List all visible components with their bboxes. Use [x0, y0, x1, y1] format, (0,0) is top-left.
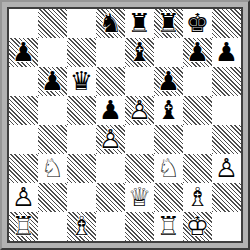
square-a4[interactable] — [9, 125, 38, 154]
board-frame: ♞︎♞︎♜︎♜︎♜︎♜︎♚︎♚︎♟︎♟︎♝︎♝︎♟︎♟︎♟︎♟︎♟︎♟︎♛︎♛︎… — [0, 0, 250, 250]
square-h3[interactable]: ♟︎♙︎ — [212, 154, 241, 183]
square-g3[interactable] — [183, 154, 212, 183]
square-d3[interactable] — [96, 154, 125, 183]
piece-black-bishop: ♝︎♝︎ — [125, 38, 154, 67]
white-bishop-icon: ♗︎ — [183, 183, 212, 212]
square-d8[interactable]: ♞︎♞︎ — [96, 9, 125, 38]
square-c6[interactable]: ♛︎♛︎ — [67, 67, 96, 96]
piece-white-knight: ♞︎♘︎ — [154, 154, 183, 183]
piece-black-knight: ♞︎♞︎ — [96, 9, 125, 38]
white-king-icon: ♔︎ — [183, 212, 212, 241]
square-g8[interactable]: ♚︎♚︎ — [183, 9, 212, 38]
square-e5[interactable]: ♟︎♙︎ — [125, 96, 154, 125]
chess-board: ♞︎♞︎♜︎♜︎♜︎♜︎♚︎♚︎♟︎♟︎♝︎♝︎♟︎♟︎♟︎♟︎♟︎♟︎♛︎♛︎… — [9, 9, 241, 241]
square-e3[interactable] — [125, 154, 154, 183]
square-e7[interactable]: ♝︎♝︎ — [125, 38, 154, 67]
square-b1[interactable] — [38, 212, 67, 241]
square-f5[interactable]: ♝︎♝︎ — [154, 96, 183, 125]
square-a7[interactable]: ♟︎♟︎ — [9, 38, 38, 67]
piece-black-rook: ♜︎♜︎ — [125, 9, 154, 38]
square-b7[interactable] — [38, 38, 67, 67]
piece-white-pawn: ♟︎♙︎ — [9, 183, 38, 212]
square-e2[interactable]: ♛︎♕︎ — [125, 183, 154, 212]
square-f7[interactable] — [154, 38, 183, 67]
square-h8[interactable] — [212, 9, 241, 38]
white-queen-icon: ♕︎ — [125, 183, 154, 212]
square-b4[interactable] — [38, 125, 67, 154]
square-a1[interactable]: ♜︎♖︎ — [9, 212, 38, 241]
piece-white-rook: ♜︎♖︎ — [154, 212, 183, 241]
white-pawn-icon: ♙︎ — [125, 96, 154, 125]
square-g4[interactable] — [183, 125, 212, 154]
white-pawn-icon: ♙︎ — [9, 183, 38, 212]
piece-black-bishop: ♝︎♝︎ — [154, 96, 183, 125]
square-h1[interactable] — [212, 212, 241, 241]
square-a2[interactable]: ♟︎♙︎ — [9, 183, 38, 212]
square-d6[interactable] — [96, 67, 125, 96]
square-b5[interactable] — [38, 96, 67, 125]
black-pawn-icon: ♟︎ — [212, 38, 241, 67]
white-knight-icon: ♘︎ — [154, 154, 183, 183]
square-c8[interactable] — [67, 9, 96, 38]
piece-white-queen: ♛︎♕︎ — [125, 183, 154, 212]
black-bishop-icon: ♝︎ — [154, 96, 183, 125]
black-pawn-icon: ♟︎ — [183, 38, 212, 67]
piece-black-pawn: ♟︎♟︎ — [212, 38, 241, 67]
black-rook-icon: ♜︎ — [154, 9, 183, 38]
square-c2[interactable] — [67, 183, 96, 212]
square-f1[interactable]: ♜︎♖︎ — [154, 212, 183, 241]
square-a8[interactable] — [9, 9, 38, 38]
square-a6[interactable] — [9, 67, 38, 96]
square-c4[interactable] — [67, 125, 96, 154]
piece-black-pawn: ♟︎♟︎ — [9, 38, 38, 67]
square-d7[interactable] — [96, 38, 125, 67]
piece-black-pawn: ♟︎♟︎ — [183, 38, 212, 67]
square-b6[interactable]: ♟︎♟︎ — [38, 67, 67, 96]
square-c5[interactable] — [67, 96, 96, 125]
square-g2[interactable]: ♝︎♗︎ — [183, 183, 212, 212]
square-b8[interactable] — [38, 9, 67, 38]
black-king-icon: ♚︎ — [183, 9, 212, 38]
square-g5[interactable] — [183, 96, 212, 125]
square-a5[interactable] — [9, 96, 38, 125]
black-pawn-icon: ♟︎ — [9, 38, 38, 67]
piece-black-king: ♚︎♚︎ — [183, 9, 212, 38]
black-knight-icon: ♞︎ — [96, 9, 125, 38]
black-bishop-icon: ♝︎ — [125, 38, 154, 67]
square-d2[interactable] — [96, 183, 125, 212]
square-e6[interactable] — [125, 67, 154, 96]
white-pawn-icon: ♙︎ — [212, 154, 241, 183]
piece-black-pawn: ♟︎♟︎ — [38, 67, 67, 96]
square-f2[interactable] — [154, 183, 183, 212]
square-h4[interactable] — [212, 125, 241, 154]
black-pawn-icon: ♟︎ — [154, 67, 183, 96]
square-g1[interactable]: ♚︎♔︎ — [183, 212, 212, 241]
piece-white-pawn: ♟︎♙︎ — [125, 96, 154, 125]
square-c7[interactable] — [67, 38, 96, 67]
square-g6[interactable] — [183, 67, 212, 96]
piece-white-rook: ♜︎♖︎ — [9, 212, 38, 241]
piece-black-queen: ♛︎♛︎ — [67, 67, 96, 96]
square-d5[interactable]: ♟︎♟︎ — [96, 96, 125, 125]
square-h2[interactable] — [212, 183, 241, 212]
square-f4[interactable] — [154, 125, 183, 154]
piece-black-pawn: ♟︎♟︎ — [96, 96, 125, 125]
white-rook-icon: ♖︎ — [154, 212, 183, 241]
piece-white-pawn: ♟︎♙︎ — [212, 154, 241, 183]
white-pawn-icon: ♙︎ — [96, 125, 125, 154]
square-e8[interactable]: ♜︎♜︎ — [125, 9, 154, 38]
square-b3[interactable]: ♞︎♘︎ — [38, 154, 67, 183]
black-pawn-icon: ♟︎ — [38, 67, 67, 96]
piece-black-rook: ♜︎♜︎ — [154, 9, 183, 38]
square-a3[interactable] — [9, 154, 38, 183]
square-g7[interactable]: ♟︎♟︎ — [183, 38, 212, 67]
white-bishop-icon: ♗︎ — [67, 212, 96, 241]
square-h7[interactable]: ♟︎♟︎ — [212, 38, 241, 67]
board-border: ♞︎♞︎♜︎♜︎♜︎♜︎♚︎♚︎♟︎♟︎♝︎♝︎♟︎♟︎♟︎♟︎♟︎♟︎♛︎♛︎… — [7, 7, 243, 243]
piece-white-bishop: ♝︎♗︎ — [67, 212, 96, 241]
black-queen-icon: ♛︎ — [67, 67, 96, 96]
piece-white-pawn: ♟︎♙︎ — [96, 125, 125, 154]
square-e1[interactable] — [125, 212, 154, 241]
square-f8[interactable]: ♜︎♜︎ — [154, 9, 183, 38]
piece-white-knight: ♞︎♘︎ — [38, 154, 67, 183]
square-e4[interactable] — [125, 125, 154, 154]
black-rook-icon: ♜︎ — [125, 9, 154, 38]
square-f6[interactable]: ♟︎♟︎ — [154, 67, 183, 96]
black-pawn-icon: ♟︎ — [96, 96, 125, 125]
square-d4[interactable]: ♟︎♙︎ — [96, 125, 125, 154]
square-b2[interactable] — [38, 183, 67, 212]
white-knight-icon: ♘︎ — [38, 154, 67, 183]
square-d1[interactable] — [96, 212, 125, 241]
square-h5[interactable] — [212, 96, 241, 125]
piece-white-king: ♚︎♔︎ — [183, 212, 212, 241]
square-c3[interactable] — [67, 154, 96, 183]
square-f3[interactable]: ♞︎♘︎ — [154, 154, 183, 183]
white-rook-icon: ♖︎ — [9, 212, 38, 241]
square-h6[interactable] — [212, 67, 241, 96]
square-c1[interactable]: ♝︎♗︎ — [67, 212, 96, 241]
piece-black-pawn: ♟︎♟︎ — [154, 67, 183, 96]
piece-white-bishop: ♝︎♗︎ — [183, 183, 212, 212]
